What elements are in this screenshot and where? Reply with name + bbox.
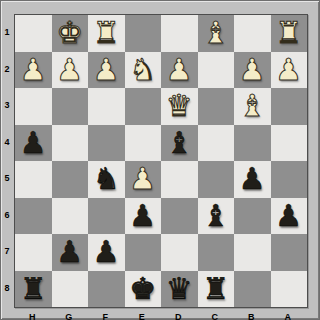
black-pawn-piece[interactable]: ♟ [56,234,83,270]
black-king-piece[interactable]: ♚ [129,271,156,307]
square-c2[interactable] [198,52,235,89]
square-g3[interactable] [52,88,89,125]
file-label-c: C [197,309,234,320]
white-pawn-piece[interactable]: ♟ [56,52,83,88]
black-rook-piece[interactable]: ♜ [20,271,47,307]
square-e7[interactable] [125,234,162,271]
black-queen-piece[interactable]: ♛ [166,271,193,307]
square-b6[interactable] [234,198,271,235]
square-f5[interactable]: ♞ [88,161,125,198]
square-a3[interactable] [271,88,308,125]
square-d2[interactable]: ♟ [161,52,198,89]
file-label-f: F [87,309,124,320]
square-d7[interactable] [161,234,198,271]
square-f7[interactable]: ♟ [88,234,125,271]
square-h5[interactable] [15,161,52,198]
square-a6[interactable]: ♟ [271,198,308,235]
square-a1[interactable]: ♜ [271,15,308,52]
square-e1[interactable] [125,15,162,52]
chess-board[interactable]: ♚♜♝♜♟♟♟♞♟♟♟♛♝♟♝♞♟♟♟♝♟♟♟♜♚♛♜ [14,14,308,308]
white-pawn-piece[interactable]: ♟ [239,52,266,88]
chess-diagram-window: 12345678 ♚♜♝♜♟♟♟♞♟♟♟♛♝♟♝♞♟♟♟♝♟♟♟♜♚♛♜ HGF… [0,0,320,320]
white-pawn-piece[interactable]: ♟ [93,52,120,88]
square-a7[interactable] [271,234,308,271]
square-h6[interactable] [15,198,52,235]
black-bishop-piece[interactable]: ♝ [166,125,193,161]
square-h4[interactable]: ♟ [15,125,52,162]
square-f3[interactable] [88,88,125,125]
square-a5[interactable] [271,161,308,198]
square-f8[interactable] [88,271,125,308]
square-b3[interactable]: ♝ [234,88,271,125]
square-c5[interactable] [198,161,235,198]
square-g6[interactable] [52,198,89,235]
square-b2[interactable]: ♟ [234,52,271,89]
square-f2[interactable]: ♟ [88,52,125,89]
square-g8[interactable] [52,271,89,308]
white-rook-piece[interactable]: ♜ [93,15,120,51]
rank-labels: 12345678 [1,14,13,308]
square-h2[interactable]: ♟ [15,52,52,89]
square-g7[interactable]: ♟ [52,234,89,271]
file-label-a: A [270,309,307,320]
square-e2[interactable]: ♞ [125,52,162,89]
square-g4[interactable] [52,125,89,162]
square-e5[interactable]: ♟ [125,161,162,198]
square-c8[interactable]: ♜ [198,271,235,308]
square-g2[interactable]: ♟ [52,52,89,89]
white-pawn-piece[interactable]: ♟ [166,52,193,88]
square-e3[interactable] [125,88,162,125]
square-b5[interactable]: ♟ [234,161,271,198]
file-label-d: D [160,309,197,320]
rank-label-7: 7 [1,233,13,270]
square-h8[interactable]: ♜ [15,271,52,308]
square-f4[interactable] [88,125,125,162]
square-c4[interactable] [198,125,235,162]
square-d1[interactable] [161,15,198,52]
square-h3[interactable] [15,88,52,125]
square-e6[interactable]: ♟ [125,198,162,235]
square-b7[interactable] [234,234,271,271]
square-b8[interactable] [234,271,271,308]
square-b1[interactable] [234,15,271,52]
square-c7[interactable] [198,234,235,271]
white-bishop-piece[interactable]: ♝ [202,15,229,51]
square-d6[interactable] [161,198,198,235]
rank-label-1: 1 [1,14,13,51]
rank-label-2: 2 [1,51,13,88]
black-bishop-piece[interactable]: ♝ [202,198,229,234]
square-d4[interactable]: ♝ [161,125,198,162]
square-d3[interactable]: ♛ [161,88,198,125]
square-g5[interactable] [52,161,89,198]
rank-label-8: 8 [1,270,13,307]
square-h7[interactable] [15,234,52,271]
white-pawn-piece[interactable]: ♟ [275,52,302,88]
black-pawn-piece[interactable]: ♟ [129,198,156,234]
rank-label-6: 6 [1,197,13,234]
square-h1[interactable] [15,15,52,52]
white-queen-piece[interactable]: ♛ [166,88,193,124]
black-pawn-piece[interactable]: ♟ [239,161,266,197]
white-bishop-piece[interactable]: ♝ [239,88,266,124]
black-rook-piece[interactable]: ♜ [202,271,229,307]
file-label-b: B [233,309,270,320]
white-pawn-piece[interactable]: ♟ [20,52,47,88]
square-d5[interactable] [161,161,198,198]
black-pawn-piece[interactable]: ♟ [20,125,47,161]
square-a4[interactable] [271,125,308,162]
rank-label-5: 5 [1,160,13,197]
square-g1[interactable]: ♚ [52,15,89,52]
square-f6[interactable] [88,198,125,235]
square-f1[interactable]: ♜ [88,15,125,52]
file-label-e: E [124,309,161,320]
white-knight-piece[interactable]: ♞ [129,52,156,88]
square-e4[interactable] [125,125,162,162]
file-labels: HGFEDCBA [14,309,308,320]
file-label-g: G [51,309,88,320]
file-label-h: H [14,309,51,320]
square-e8[interactable]: ♚ [125,271,162,308]
square-c1[interactable]: ♝ [198,15,235,52]
square-a8[interactable] [271,271,308,308]
black-knight-piece[interactable]: ♞ [93,161,120,197]
square-c6[interactable]: ♝ [198,198,235,235]
white-king-piece[interactable]: ♚ [56,15,83,51]
square-c3[interactable] [198,88,235,125]
square-b4[interactable] [234,125,271,162]
black-pawn-piece[interactable]: ♟ [93,234,120,270]
square-d8[interactable]: ♛ [161,271,198,308]
board-area: 12345678 ♚♜♝♜♟♟♟♞♟♟♟♛♝♟♝♞♟♟♟♝♟♟♟♜♚♛♜ HGF… [14,14,308,308]
white-rook-piece[interactable]: ♜ [275,15,302,51]
rank-label-3: 3 [1,87,13,124]
rank-label-4: 4 [1,124,13,161]
square-a2[interactable]: ♟ [271,52,308,89]
black-pawn-piece[interactable]: ♟ [275,198,302,234]
white-pawn-piece[interactable]: ♟ [129,161,156,197]
